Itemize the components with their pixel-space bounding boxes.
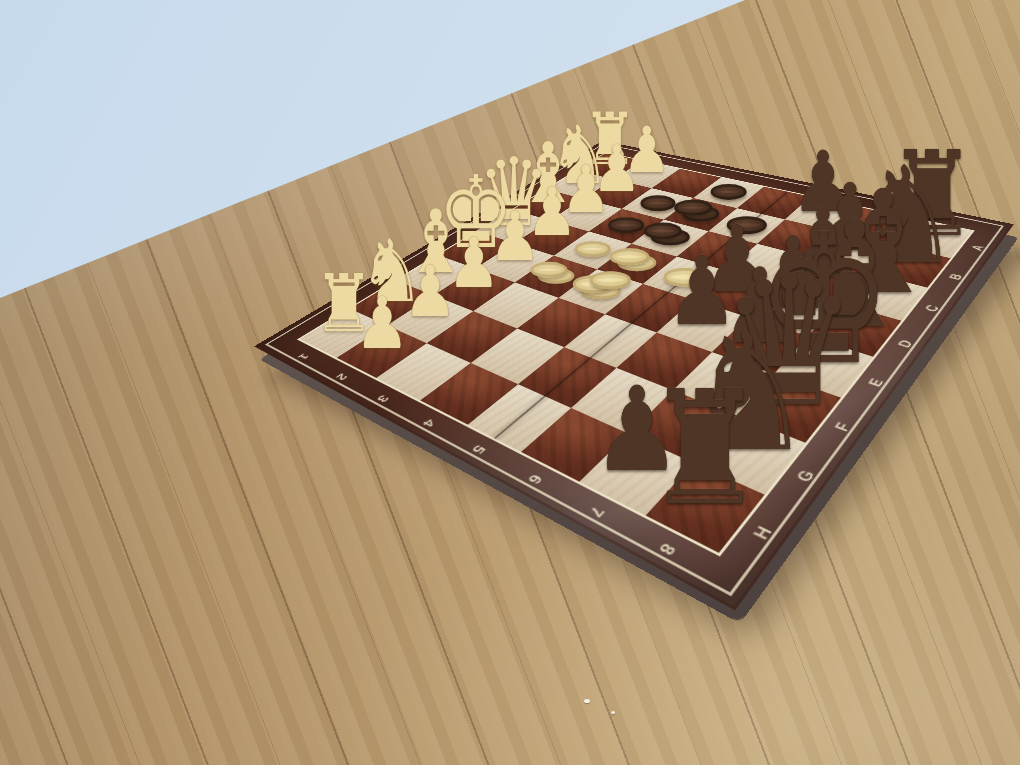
piece-white-pawn[interactable]: ♟: [355, 289, 410, 361]
piece-black-rook[interactable]: ♜: [645, 369, 765, 526]
checker-brown[interactable]: [609, 218, 645, 234]
rank-label-3: 3: [346, 375, 419, 424]
checker-cream[interactable]: [590, 271, 630, 289]
checker-brown[interactable]: [710, 184, 747, 200]
photo-scene: A1B2C3D4E5F6G7H8 ♜♞♝♛♚♝♞♜♟♟♟♟♟♟♟♟♜♞♝♝♚♛♞…: [0, 0, 1020, 765]
piece-white-pawn[interactable]: ♟: [403, 257, 457, 327]
table-crumb: [611, 711, 615, 714]
table-crumb: [584, 699, 590, 703]
